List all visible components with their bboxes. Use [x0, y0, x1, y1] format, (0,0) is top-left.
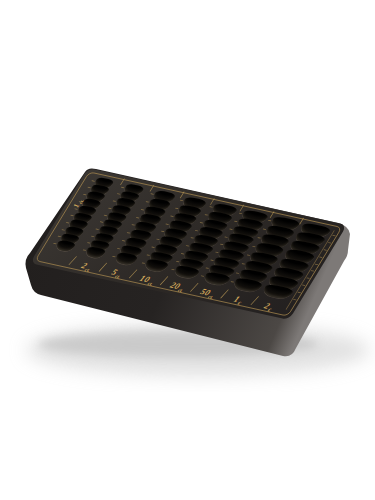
product-photo: 1 ct. 2ct.5ct.10ct.20ct.50ct.1€2€	[0, 0, 375, 500]
value-mark	[298, 292, 301, 293]
value-mark	[328, 242, 331, 243]
value-mark	[302, 285, 305, 286]
value-mark	[315, 263, 318, 264]
value-mark	[324, 249, 327, 250]
value-mark	[306, 278, 309, 279]
value-mark	[319, 256, 322, 257]
denomination-number: 1	[72, 203, 81, 208]
value-mark	[293, 299, 296, 300]
value-mark	[332, 235, 335, 236]
value-mark	[311, 270, 314, 271]
